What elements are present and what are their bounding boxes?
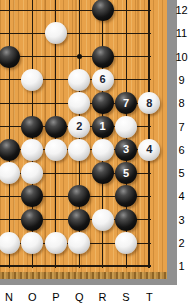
stone-T6[interactable]: 4 — [138, 139, 160, 161]
stone-N6[interactable] — [0, 139, 20, 161]
row-label-12: 12 — [175, 3, 188, 17]
stone-R12[interactable] — [92, 0, 114, 21]
col-label-S: S — [119, 290, 133, 304]
row-label-9: 9 — [175, 73, 188, 87]
row-label-11: 11 — [175, 26, 188, 40]
row-label-5: 5 — [175, 166, 188, 180]
board-edge-shadow-bottom — [0, 279, 177, 285]
stone-T8[interactable]: 8 — [138, 92, 160, 114]
stone-S6[interactable]: 3 — [115, 139, 137, 161]
stone-Q6[interactable] — [68, 139, 90, 161]
stone-P7[interactable] — [45, 116, 67, 138]
stone-S3[interactable] — [115, 209, 137, 231]
move-number-8: 8 — [138, 92, 160, 114]
move-number-7: 7 — [115, 92, 137, 114]
col-label-N: N — [2, 290, 16, 304]
stone-S2[interactable] — [115, 232, 137, 254]
move-number-1: 1 — [92, 116, 114, 138]
move-number-4: 4 — [138, 139, 160, 161]
grid-line-col-T — [148, 0, 150, 268]
grid-line-col-N — [9, 0, 10, 268]
row-label-10: 10 — [175, 50, 188, 64]
col-label-T: T — [142, 290, 156, 304]
stone-R3[interactable] — [92, 209, 114, 231]
stone-R10[interactable] — [92, 46, 114, 68]
move-number-6: 6 — [92, 69, 114, 91]
stone-R6[interactable] — [92, 139, 114, 161]
stone-N10[interactable] — [0, 46, 20, 68]
grid-line-row-10 — [0, 56, 151, 57]
col-label-P: P — [49, 290, 63, 304]
stone-R9[interactable]: 6 — [92, 69, 114, 91]
stone-Q9[interactable] — [68, 69, 90, 91]
stone-Q3[interactable] — [68, 209, 90, 231]
stone-O7[interactable] — [21, 116, 43, 138]
row-label-8: 8 — [175, 96, 188, 110]
move-number-3: 3 — [115, 139, 137, 161]
board-side-face — [0, 272, 167, 279]
stone-O3[interactable] — [21, 209, 43, 231]
row-label-3: 3 — [175, 213, 188, 227]
col-label-O: O — [25, 290, 39, 304]
stone-P11[interactable] — [45, 22, 67, 44]
stone-R7[interactable]: 1 — [92, 116, 114, 138]
col-label-Q: Q — [72, 290, 86, 304]
col-label-R: R — [96, 290, 110, 304]
star-point-Q10 — [77, 54, 82, 59]
stone-R8[interactable] — [92, 92, 114, 114]
stone-S8[interactable]: 7 — [115, 92, 137, 114]
grid-line-row-12 — [0, 10, 151, 11]
stone-P2[interactable] — [45, 232, 67, 254]
row-label-1: 1 — [175, 259, 188, 273]
row-label-7: 7 — [175, 120, 188, 134]
stone-Q7[interactable]: 2 — [68, 116, 90, 138]
stone-R5[interactable] — [92, 162, 114, 184]
move-number-2: 2 — [68, 116, 90, 138]
row-label-2: 2 — [175, 236, 188, 250]
grid-line-row-11 — [0, 33, 151, 34]
row-label-4: 4 — [175, 189, 188, 203]
stone-P6[interactable] — [45, 139, 67, 161]
move-number-5: 5 — [115, 162, 137, 184]
stone-S7[interactable] — [115, 116, 137, 138]
go-diagram: 67821345 121110987654321 NOPQRST — [0, 0, 188, 308]
grid-line-row-1 — [0, 265, 151, 267]
row-label-6: 6 — [175, 143, 188, 157]
stone-S5[interactable]: 5 — [115, 162, 137, 184]
